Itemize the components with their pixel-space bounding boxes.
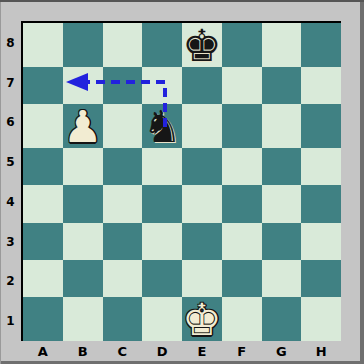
square-a4[interactable] — [23, 185, 63, 222]
square-e3[interactable] — [182, 223, 222, 260]
rank-label-7: 7 — [0, 63, 21, 103]
square-f4[interactable] — [222, 185, 262, 222]
square-b8[interactable] — [63, 23, 103, 67]
file-label-F: F — [222, 341, 262, 361]
square-g1[interactable] — [262, 297, 302, 341]
square-c1[interactable] — [103, 297, 143, 341]
file-label-H: H — [301, 341, 341, 361]
chess-board[interactable]: ♚♟♞♚ — [21, 21, 341, 341]
rank-label-2: 2 — [0, 262, 21, 302]
square-d8[interactable] — [142, 23, 182, 67]
square-h4[interactable] — [301, 185, 341, 222]
square-c4[interactable] — [103, 185, 143, 222]
square-f8[interactable] — [222, 23, 262, 67]
square-h2[interactable] — [301, 260, 341, 297]
square-f5[interactable] — [222, 148, 262, 185]
square-b3[interactable] — [63, 223, 103, 260]
square-h3[interactable] — [301, 223, 341, 260]
chessboard-frame: ♚♟♞♚ 87654321 ABCDEFGH — [0, 0, 364, 364]
square-e5[interactable] — [182, 148, 222, 185]
square-a3[interactable] — [23, 223, 63, 260]
square-c6[interactable] — [103, 104, 143, 148]
square-f3[interactable] — [222, 223, 262, 260]
square-h5[interactable] — [301, 148, 341, 185]
rank-label-4: 4 — [0, 182, 21, 222]
square-b4[interactable] — [63, 185, 103, 222]
square-d4[interactable] — [142, 185, 182, 222]
square-b2[interactable] — [63, 260, 103, 297]
rank-label-6: 6 — [0, 103, 21, 143]
square-h7[interactable] — [301, 67, 341, 104]
square-g7[interactable] — [262, 67, 302, 104]
square-h6[interactable] — [301, 104, 341, 148]
square-d5[interactable] — [142, 148, 182, 185]
square-f1[interactable] — [222, 297, 262, 341]
file-label-A: A — [23, 341, 63, 361]
square-c7[interactable] — [103, 67, 143, 104]
square-d7[interactable] — [142, 67, 182, 104]
piece-white-king[interactable]: ♚ — [182, 298, 221, 342]
square-g8[interactable] — [262, 23, 302, 67]
file-label-D: D — [142, 341, 182, 361]
square-e8[interactable]: ♚ — [182, 23, 222, 67]
square-e2[interactable] — [182, 260, 222, 297]
file-label-B: B — [63, 341, 103, 361]
square-f7[interactable] — [222, 67, 262, 104]
square-g6[interactable] — [262, 104, 302, 148]
square-g2[interactable] — [262, 260, 302, 297]
piece-black-king[interactable]: ♚ — [182, 24, 221, 68]
square-b6[interactable]: ♟ — [63, 104, 103, 148]
square-c5[interactable] — [103, 148, 143, 185]
square-c2[interactable] — [103, 260, 143, 297]
rank-label-1: 1 — [0, 301, 21, 341]
square-f2[interactable] — [222, 260, 262, 297]
square-a7[interactable] — [23, 67, 63, 104]
square-d6[interactable]: ♞ — [142, 104, 182, 148]
square-d2[interactable] — [142, 260, 182, 297]
square-e7[interactable] — [182, 67, 222, 104]
square-a5[interactable] — [23, 148, 63, 185]
square-d1[interactable] — [142, 297, 182, 341]
file-label-C: C — [103, 341, 143, 361]
square-e1[interactable]: ♚ — [182, 297, 222, 341]
square-b1[interactable] — [63, 297, 103, 341]
square-d3[interactable] — [142, 223, 182, 260]
file-label-G: G — [262, 341, 302, 361]
square-b7[interactable] — [63, 67, 103, 104]
piece-black-knight[interactable]: ♞ — [142, 105, 181, 149]
square-e4[interactable] — [182, 185, 222, 222]
square-c8[interactable] — [103, 23, 143, 67]
square-a6[interactable] — [23, 104, 63, 148]
rank-labels: 87654321 — [0, 23, 21, 341]
square-b5[interactable] — [63, 148, 103, 185]
square-e6[interactable] — [182, 104, 222, 148]
square-c3[interactable] — [103, 223, 143, 260]
rank-label-8: 8 — [0, 23, 21, 63]
square-a2[interactable] — [23, 260, 63, 297]
square-g5[interactable] — [262, 148, 302, 185]
square-f6[interactable] — [222, 104, 262, 148]
rank-label-3: 3 — [0, 222, 21, 262]
square-a8[interactable] — [23, 23, 63, 67]
square-h8[interactable] — [301, 23, 341, 67]
square-h1[interactable] — [301, 297, 341, 341]
square-g3[interactable] — [262, 223, 302, 260]
square-g4[interactable] — [262, 185, 302, 222]
square-a1[interactable] — [23, 297, 63, 341]
piece-white-pawn[interactable]: ♟ — [63, 105, 102, 149]
rank-label-5: 5 — [0, 142, 21, 182]
